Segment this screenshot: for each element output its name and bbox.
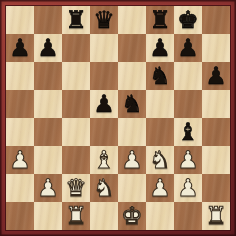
square-e8[interactable] (118, 6, 146, 34)
square-f6[interactable]: ♞ (146, 62, 174, 90)
black-pawn[interactable]: ♟ (9, 34, 31, 62)
square-g2[interactable]: ♟ (174, 174, 202, 202)
square-a8[interactable] (6, 6, 34, 34)
square-f5[interactable] (146, 90, 174, 118)
black-pawn[interactable]: ♟ (205, 62, 227, 90)
square-g4[interactable]: ♝ (174, 118, 202, 146)
square-d2[interactable]: ♞ (90, 174, 118, 202)
square-h5[interactable] (202, 90, 230, 118)
square-b7[interactable]: ♟ (34, 34, 62, 62)
black-pawn[interactable]: ♟ (93, 90, 115, 118)
square-g6[interactable] (174, 62, 202, 90)
white-queen[interactable]: ♛ (65, 174, 87, 202)
white-knight[interactable]: ♞ (149, 146, 171, 174)
square-b6[interactable] (34, 62, 62, 90)
white-bishop[interactable]: ♝ (93, 146, 115, 174)
white-pawn[interactable]: ♟ (177, 146, 199, 174)
square-e7[interactable] (118, 34, 146, 62)
black-pawn[interactable]: ♟ (149, 34, 171, 62)
chess-board-frame: ♜♛♜♚♟♟♟♟♞♟♟♞♝♟♝♟♞♟♟♛♞♟♟♜♚♜ (0, 0, 236, 236)
square-b3[interactable] (34, 146, 62, 174)
square-e3[interactable]: ♟ (118, 146, 146, 174)
square-a6[interactable] (6, 62, 34, 90)
square-a2[interactable] (6, 174, 34, 202)
square-c5[interactable] (62, 90, 90, 118)
black-knight[interactable]: ♞ (149, 62, 171, 90)
black-pawn[interactable]: ♟ (177, 34, 199, 62)
square-h7[interactable] (202, 34, 230, 62)
square-d4[interactable] (90, 118, 118, 146)
square-c4[interactable] (62, 118, 90, 146)
square-d5[interactable]: ♟ (90, 90, 118, 118)
square-d6[interactable] (90, 62, 118, 90)
square-h3[interactable] (202, 146, 230, 174)
square-f1[interactable] (146, 202, 174, 230)
square-h4[interactable] (202, 118, 230, 146)
square-c6[interactable] (62, 62, 90, 90)
white-pawn[interactable]: ♟ (149, 174, 171, 202)
black-rook[interactable]: ♜ (149, 6, 171, 34)
square-c7[interactable] (62, 34, 90, 62)
square-e2[interactable] (118, 174, 146, 202)
square-h8[interactable] (202, 6, 230, 34)
square-b4[interactable] (34, 118, 62, 146)
square-c2[interactable]: ♛ (62, 174, 90, 202)
square-f3[interactable]: ♞ (146, 146, 174, 174)
square-b2[interactable]: ♟ (34, 174, 62, 202)
square-f4[interactable] (146, 118, 174, 146)
square-a1[interactable] (6, 202, 34, 230)
square-b8[interactable] (34, 6, 62, 34)
black-queen[interactable]: ♛ (93, 6, 115, 34)
white-rook[interactable]: ♜ (65, 202, 87, 230)
square-g5[interactable] (174, 90, 202, 118)
square-a3[interactable]: ♟ (6, 146, 34, 174)
square-h1[interactable]: ♜ (202, 202, 230, 230)
square-g7[interactable]: ♟ (174, 34, 202, 62)
square-c8[interactable]: ♜ (62, 6, 90, 34)
white-pawn[interactable]: ♟ (177, 174, 199, 202)
square-h6[interactable]: ♟ (202, 62, 230, 90)
square-f7[interactable]: ♟ (146, 34, 174, 62)
chess-board: ♜♛♜♚♟♟♟♟♞♟♟♞♝♟♝♟♞♟♟♛♞♟♟♜♚♜ (6, 6, 230, 230)
black-pawn[interactable]: ♟ (37, 34, 59, 62)
white-pawn[interactable]: ♟ (37, 174, 59, 202)
square-f8[interactable]: ♜ (146, 6, 174, 34)
square-a4[interactable] (6, 118, 34, 146)
square-a7[interactable]: ♟ (6, 34, 34, 62)
square-a5[interactable] (6, 90, 34, 118)
square-e6[interactable] (118, 62, 146, 90)
square-d8[interactable]: ♛ (90, 6, 118, 34)
black-rook[interactable]: ♜ (65, 6, 87, 34)
square-e4[interactable] (118, 118, 146, 146)
square-d1[interactable] (90, 202, 118, 230)
square-c1[interactable]: ♜ (62, 202, 90, 230)
square-f2[interactable]: ♟ (146, 174, 174, 202)
square-b1[interactable] (34, 202, 62, 230)
white-pawn[interactable]: ♟ (9, 146, 31, 174)
square-e1[interactable]: ♚ (118, 202, 146, 230)
square-d3[interactable]: ♝ (90, 146, 118, 174)
white-king[interactable]: ♚ (121, 202, 143, 230)
square-b5[interactable] (34, 90, 62, 118)
white-pawn[interactable]: ♟ (121, 146, 143, 174)
square-g8[interactable]: ♚ (174, 6, 202, 34)
square-g1[interactable] (174, 202, 202, 230)
black-king[interactable]: ♚ (177, 6, 199, 34)
square-h2[interactable] (202, 174, 230, 202)
square-e5[interactable]: ♞ (118, 90, 146, 118)
square-c3[interactable] (62, 146, 90, 174)
square-d7[interactable] (90, 34, 118, 62)
square-g3[interactable]: ♟ (174, 146, 202, 174)
white-knight[interactable]: ♞ (93, 174, 115, 202)
black-knight[interactable]: ♞ (121, 90, 143, 118)
black-bishop[interactable]: ♝ (177, 118, 199, 146)
white-rook[interactable]: ♜ (205, 202, 227, 230)
